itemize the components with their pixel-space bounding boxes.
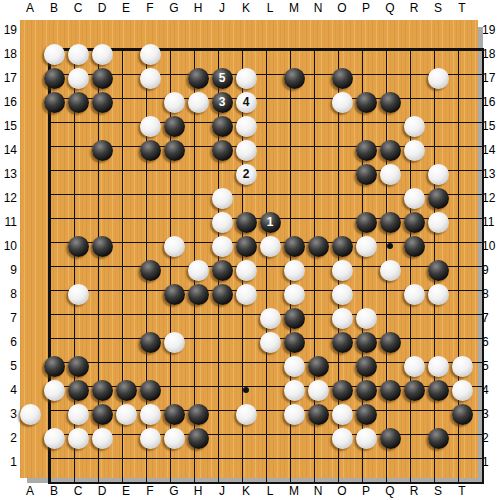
black-stone-N5 [308,356,329,377]
black-stone-P13 [356,164,377,185]
column-label: S [430,484,446,498]
white-stone-K15 [236,116,257,137]
row-label: 8 [482,287,500,301]
column-label: F [142,1,158,15]
column-label: M [286,484,302,498]
black-stone-O10 [332,236,353,257]
black-stone-K10 [236,236,257,257]
row-label: 8 [0,287,17,301]
column-label: O [334,1,350,15]
white-stone-K3 [236,404,257,425]
row-label: 14 [482,143,500,157]
white-stone-F17 [140,68,161,89]
white-stone-M3 [284,404,305,425]
black-stone-O17 [332,68,353,89]
row-label: 5 [482,359,500,373]
column-label: O [334,484,350,498]
black-stone-B17 [44,68,65,89]
white-stone-C2 [68,428,89,449]
white-stone-M8 [284,284,305,305]
white-stone-F3 [140,404,161,425]
white-stone-G2 [164,428,185,449]
black-stone-G14 [164,140,185,161]
black-stone-M6 [284,332,305,353]
black-stone-D16 [92,92,113,113]
black-stone-O6 [332,332,353,353]
white-stone-D18 [92,44,113,65]
black-stone-L11: 1 [260,212,281,233]
black-stone-G15 [164,116,185,137]
white-stone-M5 [284,356,305,377]
white-stone-O7 [332,308,353,329]
row-label: 7 [482,311,500,325]
column-label: S [430,1,446,15]
row-label: 3 [482,407,500,421]
go-diagram: ABCDEFGHJKLMNOPQRST ABCDEFGHJKLMNOPQRST … [0,0,500,500]
black-stone-O4 [332,380,353,401]
white-stone-R15 [404,116,425,137]
white-stone-K17 [236,68,257,89]
black-stone-F4 [140,380,161,401]
black-stone-C10 [68,236,89,257]
black-stone-Q4 [380,380,401,401]
row-label: 6 [482,335,500,349]
column-label: L [262,1,278,15]
white-stone-R5 [404,356,425,377]
row-label: 15 [0,119,17,133]
column-label: B [46,484,62,498]
column-label: B [46,1,62,15]
white-stone-R8 [404,284,425,305]
column-label: F [142,484,158,498]
white-stone-L7 [260,308,281,329]
black-stone-D10 [92,236,113,257]
row-label: 14 [0,143,17,157]
star-point [243,387,249,393]
black-stone-C5 [68,356,89,377]
white-stone-G6 [164,332,185,353]
column-label: J [214,1,230,15]
white-stone-H16 [188,92,209,113]
column-label: K [238,1,254,15]
move-number-label: 3 [219,96,226,108]
row-label: 3 [0,407,17,421]
black-stone-S9 [428,260,449,281]
column-label: P [358,1,374,15]
column-label: R [406,1,422,15]
column-label: R [406,484,422,498]
black-stone-D17 [92,68,113,89]
row-label: 1 [482,455,500,469]
column-label: T [454,1,470,15]
white-stone-J11 [212,212,233,233]
row-label: 10 [482,239,500,253]
column-label: E [118,1,134,15]
black-stone-S4 [428,380,449,401]
column-label: M [286,1,302,15]
row-label: 17 [0,71,17,85]
white-stone-T5 [452,356,473,377]
white-stone-A3 [20,404,41,425]
black-stone-P16 [356,92,377,113]
white-stone-P10 [356,236,377,257]
black-stone-H3 [188,404,209,425]
white-stone-J10 [212,236,233,257]
row-label: 4 [482,383,500,397]
black-stone-G3 [164,404,185,425]
white-stone-J12 [212,188,233,209]
column-label: Q [382,1,398,15]
black-stone-N3 [308,404,329,425]
white-stone-O16 [332,92,353,113]
black-stone-C4 [68,380,89,401]
black-stone-H2 [188,428,209,449]
black-stone-J14 [212,140,233,161]
row-label: 9 [0,263,17,277]
black-stone-N10 [308,236,329,257]
white-stone-C17 [68,68,89,89]
white-stone-S5 [428,356,449,377]
white-stone-N4 [308,380,329,401]
black-stone-M17 [284,68,305,89]
black-stone-Q16 [380,92,401,113]
white-stone-M4 [284,380,305,401]
white-stone-S17 [428,68,449,89]
white-stone-P2 [356,428,377,449]
black-stone-B5 [44,356,65,377]
column-label: C [70,484,86,498]
white-stone-T4 [452,380,473,401]
white-stone-K8 [236,284,257,305]
white-stone-R12 [404,188,425,209]
column-label: C [70,1,86,15]
white-stone-L6 [260,332,281,353]
white-stone-P7 [356,308,377,329]
row-label: 16 [0,95,17,109]
black-stone-M10 [284,236,305,257]
black-stone-H17 [188,68,209,89]
black-stone-J16: 3 [212,92,233,113]
column-label: A [22,484,38,498]
black-stone-C16 [68,92,89,113]
black-stone-F6 [140,332,161,353]
row-label: 11 [0,215,17,229]
row-label: 12 [0,191,17,205]
white-stone-O3 [332,404,353,425]
black-stone-P6 [356,332,377,353]
white-stone-K14 [236,140,257,161]
row-label: 18 [0,47,17,61]
black-stone-S2 [428,428,449,449]
black-stone-J17: 5 [212,68,233,89]
white-stone-B2 [44,428,65,449]
white-stone-G10 [164,236,185,257]
black-stone-F9 [140,260,161,281]
black-stone-Q2 [380,428,401,449]
row-label: 1 [0,455,17,469]
black-stone-T3 [452,404,473,425]
column-label: N [310,484,326,498]
black-stone-R11 [404,212,425,233]
column-label: T [454,484,470,498]
white-stone-O8 [332,284,353,305]
white-stone-K16: 4 [236,92,257,113]
black-stone-F14 [140,140,161,161]
column-label: L [262,484,278,498]
white-stone-F18 [140,44,161,65]
row-label: 4 [0,383,17,397]
column-label: G [166,1,182,15]
white-stone-F2 [140,428,161,449]
column-label: H [190,484,206,498]
black-stone-M7 [284,308,305,329]
row-label: 2 [0,431,17,445]
row-label: 6 [0,335,17,349]
white-stone-K9 [236,260,257,281]
black-stone-P3 [356,404,377,425]
column-label: P [358,484,374,498]
white-stone-M9 [284,260,305,281]
column-label: E [118,484,134,498]
black-stone-J8 [212,284,233,305]
row-label: 7 [0,311,17,325]
white-stone-H9 [188,260,209,281]
white-stone-Q13 [380,164,401,185]
row-label: 13 [0,167,17,181]
white-stone-S11 [428,212,449,233]
white-stone-D2 [92,428,113,449]
white-stone-L10 [260,236,281,257]
row-label: 16 [482,95,500,109]
black-stone-P11 [356,212,377,233]
white-stone-C3 [68,404,89,425]
white-stone-O9 [332,260,353,281]
move-number-label: 2 [243,168,250,180]
column-label: N [310,1,326,15]
row-label: 12 [482,191,500,205]
row-label: 18 [482,47,500,61]
column-label: D [94,1,110,15]
column-label: Q [382,484,398,498]
white-stone-C18 [68,44,89,65]
black-stone-H8 [188,284,209,305]
black-stone-D3 [92,404,113,425]
black-stone-R10 [404,236,425,257]
white-stone-B18 [44,44,65,65]
column-label: D [94,484,110,498]
black-stone-B16 [44,92,65,113]
white-stone-C8 [68,284,89,305]
white-stone-O2 [332,428,353,449]
black-stone-P5 [356,356,377,377]
row-label: 19 [482,23,500,37]
row-label: 5 [0,359,17,373]
black-stone-D4 [92,380,113,401]
black-stone-Q11 [380,212,401,233]
column-label: A [22,1,38,15]
black-stone-K11 [236,212,257,233]
black-stone-E4 [116,380,137,401]
column-label: H [190,1,206,15]
white-stone-B4 [44,380,65,401]
white-stone-E3 [116,404,137,425]
move-number-label: 4 [243,96,250,108]
black-stone-P4 [356,380,377,401]
white-stone-Q9 [380,260,401,281]
black-stone-J15 [212,116,233,137]
row-label: 13 [482,167,500,181]
black-stone-R4 [404,380,425,401]
black-stone-G8 [164,284,185,305]
black-stone-D14 [92,140,113,161]
star-point [387,243,393,249]
black-stone-Q6 [380,332,401,353]
white-stone-S8 [428,284,449,305]
column-label: J [214,484,230,498]
black-stone-J9 [212,260,233,281]
board-grid: 53421 [18,18,474,474]
row-label: 10 [0,239,17,253]
white-stone-K13: 2 [236,164,257,185]
white-stone-S13 [428,164,449,185]
row-label: 15 [482,119,500,133]
white-stone-G16 [164,92,185,113]
row-label: 11 [482,215,500,229]
row-label: 9 [482,263,500,277]
move-number-label: 1 [267,216,274,228]
black-stone-S12 [428,188,449,209]
row-label: 17 [482,71,500,85]
column-label: G [166,484,182,498]
column-label: K [238,484,254,498]
row-label: 19 [0,23,17,37]
white-stone-R14 [404,140,425,161]
black-stone-P14 [356,140,377,161]
move-number-label: 5 [219,72,226,84]
row-label: 2 [482,431,500,445]
black-stone-Q14 [380,140,401,161]
white-stone-F15 [140,116,161,137]
